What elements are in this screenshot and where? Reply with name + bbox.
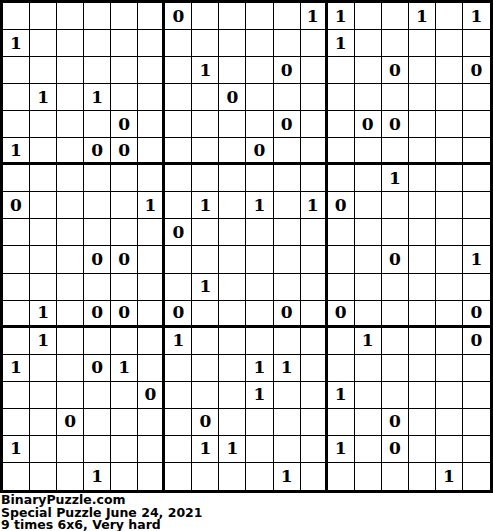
cell-r13c4-empty[interactable] <box>84 328 111 355</box>
cell-r5c17-empty[interactable] <box>436 111 463 138</box>
cell-r16c12-empty[interactable] <box>301 409 328 436</box>
cell-r5c14-given-0: 0 <box>355 111 382 138</box>
cell-r2c13-given-1: 1 <box>328 30 355 57</box>
cell-r4c7-empty[interactable] <box>165 84 192 111</box>
cell-r7c17-empty[interactable] <box>436 165 463 192</box>
cell-r14c3-empty[interactable] <box>57 355 84 382</box>
cell-r2c10-empty[interactable] <box>246 30 273 57</box>
cell-r14c16-empty[interactable] <box>409 355 436 382</box>
cell-r1c17-empty[interactable] <box>436 3 463 30</box>
cell-r14c17-empty[interactable] <box>436 355 463 382</box>
cell-r16c5-empty[interactable] <box>111 409 138 436</box>
cell-r10c2-empty[interactable] <box>30 246 57 273</box>
cell-r11c3-empty[interactable] <box>57 274 84 301</box>
cell-r12c8-empty[interactable] <box>192 301 219 328</box>
cell-r6c15-empty[interactable] <box>382 138 409 165</box>
cell-r3c18-given-0: 0 <box>463 57 490 84</box>
cell-r7c3-empty[interactable] <box>57 165 84 192</box>
cell-r11c6-empty[interactable] <box>138 274 165 301</box>
cell-r10c3-empty[interactable] <box>57 246 84 273</box>
cell-r12c17-empty[interactable] <box>436 301 463 328</box>
cell-r6c7-empty[interactable] <box>165 138 192 165</box>
cell-r13c5-empty[interactable] <box>111 328 138 355</box>
cell-r10c4-given-0: 0 <box>84 246 111 273</box>
cell-r1c16-given-1: 1 <box>409 3 436 30</box>
cell-r18c16-empty[interactable] <box>409 463 436 490</box>
cell-r7c18-empty[interactable] <box>463 165 490 192</box>
cell-r3c6-empty[interactable] <box>138 57 165 84</box>
cell-r10c8-empty[interactable] <box>192 246 219 273</box>
cell-r11c12-empty[interactable] <box>301 274 328 301</box>
cell-r15c4-empty[interactable] <box>84 382 111 409</box>
cell-r1c6-empty[interactable] <box>138 3 165 30</box>
cell-r12c4-given-0: 0 <box>84 301 111 328</box>
cell-r6c8-empty[interactable] <box>192 138 219 165</box>
cell-r17c14-empty[interactable] <box>355 436 382 463</box>
cell-r4c6-empty[interactable] <box>138 84 165 111</box>
cell-r14c1-given-1: 1 <box>3 355 30 382</box>
cell-r15c9-empty[interactable] <box>219 382 246 409</box>
cell-r16c3-given-0: 0 <box>57 409 84 436</box>
cell-r7c16-empty[interactable] <box>409 165 436 192</box>
cell-r1c7-given-0: 0 <box>165 3 192 30</box>
cell-r8c17-empty[interactable] <box>436 192 463 219</box>
cell-r2c5-empty[interactable] <box>111 30 138 57</box>
cell-r3c4-empty[interactable] <box>84 57 111 84</box>
cell-r2c15-empty[interactable] <box>382 30 409 57</box>
cell-r8c13-given-0: 0 <box>328 192 355 219</box>
cell-r3c10-empty[interactable] <box>246 57 273 84</box>
cell-r11c8-given-1: 1 <box>192 274 219 301</box>
cell-r11c16-empty[interactable] <box>409 274 436 301</box>
cell-r13c3-empty[interactable] <box>57 328 84 355</box>
cell-r8c16-empty[interactable] <box>409 192 436 219</box>
cell-r3c16-empty[interactable] <box>409 57 436 84</box>
cell-r17c11-empty[interactable] <box>274 436 301 463</box>
cell-r6c18-empty[interactable] <box>463 138 490 165</box>
cell-r5c8-empty[interactable] <box>192 111 219 138</box>
cell-r10c7-empty[interactable] <box>165 246 192 273</box>
cell-r17c9-given-1: 1 <box>219 436 246 463</box>
cell-r9c8-empty[interactable] <box>192 219 219 246</box>
cell-r7c4-empty[interactable] <box>84 165 111 192</box>
cell-r4c15-empty[interactable] <box>382 84 409 111</box>
cell-r16c4-empty[interactable] <box>84 409 111 436</box>
cell-r15c16-empty[interactable] <box>409 382 436 409</box>
cell-r8c4-empty[interactable] <box>84 192 111 219</box>
cell-r17c13-given-1: 1 <box>328 436 355 463</box>
cell-r17c18-empty[interactable] <box>463 436 490 463</box>
cell-r5c5-given-0: 0 <box>111 111 138 138</box>
cell-r6c3-empty[interactable] <box>57 138 84 165</box>
cell-r8c6-given-1: 1 <box>138 192 165 219</box>
cell-r15c12-empty[interactable] <box>301 382 328 409</box>
cell-r14c2-empty[interactable] <box>30 355 57 382</box>
cell-r15c18-empty[interactable] <box>463 382 490 409</box>
cell-r17c16-empty[interactable] <box>409 436 436 463</box>
cell-r2c6-empty[interactable] <box>138 30 165 57</box>
cell-r11c9-empty[interactable] <box>219 274 246 301</box>
cell-r15c1-empty[interactable] <box>3 382 30 409</box>
cell-r7c8-empty[interactable] <box>192 165 219 192</box>
cell-r17c3-empty[interactable] <box>57 436 84 463</box>
cell-r5c4-empty[interactable] <box>84 111 111 138</box>
cell-r4c14-empty[interactable] <box>355 84 382 111</box>
cell-r18c2-empty[interactable] <box>30 463 57 490</box>
cell-r9c10-empty[interactable] <box>246 219 273 246</box>
cell-r16c15-given-0: 0 <box>382 409 409 436</box>
cell-r7c12-empty[interactable] <box>301 165 328 192</box>
cell-r12c6-empty[interactable] <box>138 301 165 328</box>
cell-r3c17-empty[interactable] <box>436 57 463 84</box>
cell-r14c6-empty[interactable] <box>138 355 165 382</box>
cell-r10c12-empty[interactable] <box>301 246 328 273</box>
cell-r6c11-empty[interactable] <box>274 138 301 165</box>
cell-r3c14-empty[interactable] <box>355 57 382 84</box>
cell-r14c18-empty[interactable] <box>463 355 490 382</box>
cell-r8c9-empty[interactable] <box>219 192 246 219</box>
cell-r1c3-empty[interactable] <box>57 3 84 30</box>
cell-r4c1-empty[interactable] <box>3 84 30 111</box>
cell-r18c3-empty[interactable] <box>57 463 84 490</box>
cell-r18c14-empty[interactable] <box>355 463 382 490</box>
cell-r2c12-empty[interactable] <box>301 30 328 57</box>
cell-r4c11-empty[interactable] <box>274 84 301 111</box>
cell-r11c15-empty[interactable] <box>382 274 409 301</box>
cell-r9c18-empty[interactable] <box>463 219 490 246</box>
cell-r2c4-empty[interactable] <box>84 30 111 57</box>
cell-r5c6-empty[interactable] <box>138 111 165 138</box>
cell-r13c8-empty[interactable] <box>192 328 219 355</box>
cell-r9c11-empty[interactable] <box>274 219 301 246</box>
cell-r12c9-empty[interactable] <box>219 301 246 328</box>
cell-r16c13-empty[interactable] <box>328 409 355 436</box>
cell-r11c17-empty[interactable] <box>436 274 463 301</box>
cell-r9c14-empty[interactable] <box>355 219 382 246</box>
cell-r1c15-empty[interactable] <box>382 3 409 30</box>
cell-r6c16-empty[interactable] <box>409 138 436 165</box>
cell-r9c17-empty[interactable] <box>436 219 463 246</box>
cell-r16c7-empty[interactable] <box>165 409 192 436</box>
cell-r4c8-empty[interactable] <box>192 84 219 111</box>
cell-r13c10-empty[interactable] <box>246 328 273 355</box>
cell-r16c2-empty[interactable] <box>30 409 57 436</box>
cell-r1c18-given-1: 1 <box>463 3 490 30</box>
cell-r4c4-given-1: 1 <box>84 84 111 111</box>
puzzle-footer: BinaryPuzzle.com Special Puzzle June 24,… <box>0 493 493 531</box>
cell-r15c10-given-1: 1 <box>246 382 273 409</box>
cell-r18c10-empty[interactable] <box>246 463 273 490</box>
cell-r12c10-empty[interactable] <box>246 301 273 328</box>
cell-r8c5-empty[interactable] <box>111 192 138 219</box>
cell-r12c14-empty[interactable] <box>355 301 382 328</box>
cell-r14c12-empty[interactable] <box>301 355 328 382</box>
cell-r4c9-given-0: 0 <box>219 84 246 111</box>
cell-r8c18-empty[interactable] <box>463 192 490 219</box>
cell-r11c13-empty[interactable] <box>328 274 355 301</box>
cell-r17c6-empty[interactable] <box>138 436 165 463</box>
cell-r11c4-empty[interactable] <box>84 274 111 301</box>
cell-r10c9-empty[interactable] <box>219 246 246 273</box>
cell-r18c1-empty[interactable] <box>3 463 30 490</box>
cell-r6c2-empty[interactable] <box>30 138 57 165</box>
cell-r12c7-given-0: 0 <box>165 301 192 328</box>
cell-r5c7-empty[interactable] <box>165 111 192 138</box>
cell-r2c9-empty[interactable] <box>219 30 246 57</box>
cell-r3c2-empty[interactable] <box>30 57 57 84</box>
cell-r9c4-empty[interactable] <box>84 219 111 246</box>
cell-r6c12-empty[interactable] <box>301 138 328 165</box>
cell-r4c3-empty[interactable] <box>57 84 84 111</box>
cell-r6c10-given-0: 0 <box>246 138 273 165</box>
cell-r9c1-empty[interactable] <box>3 219 30 246</box>
cell-r2c7-empty[interactable] <box>165 30 192 57</box>
cell-r4c17-empty[interactable] <box>436 84 463 111</box>
puzzle-difficulty: 9 times 6x6, Very hard <box>1 519 493 531</box>
cell-r3c9-empty[interactable] <box>219 57 246 84</box>
cell-r16c8-given-0: 0 <box>192 409 219 436</box>
cell-r9c16-empty[interactable] <box>409 219 436 246</box>
cell-r14c13-empty[interactable] <box>328 355 355 382</box>
cell-r12c5-given-0: 0 <box>111 301 138 328</box>
cell-r7c7-empty[interactable] <box>165 165 192 192</box>
cell-r15c2-empty[interactable] <box>30 382 57 409</box>
cell-r1c10-empty[interactable] <box>246 3 273 30</box>
cell-r2c11-empty[interactable] <box>274 30 301 57</box>
cell-r14c5-given-1: 1 <box>111 355 138 382</box>
cell-r7c2-empty[interactable] <box>30 165 57 192</box>
cell-r7c11-empty[interactable] <box>274 165 301 192</box>
cell-r6c4-given-0: 0 <box>84 138 111 165</box>
cell-r13c15-empty[interactable] <box>382 328 409 355</box>
cell-r5c3-empty[interactable] <box>57 111 84 138</box>
cell-r2c17-empty[interactable] <box>436 30 463 57</box>
cell-r18c6-empty[interactable] <box>138 463 165 490</box>
cell-r9c9-empty[interactable] <box>219 219 246 246</box>
cell-r10c6-empty[interactable] <box>138 246 165 273</box>
cell-r4c12-empty[interactable] <box>301 84 328 111</box>
cell-r18c8-empty[interactable] <box>192 463 219 490</box>
cell-r16c11-empty[interactable] <box>274 409 301 436</box>
cell-r17c4-empty[interactable] <box>84 436 111 463</box>
cell-r10c18-given-1: 1 <box>463 246 490 273</box>
cell-r6c13-empty[interactable] <box>328 138 355 165</box>
cell-r8c15-empty[interactable] <box>382 192 409 219</box>
cell-r17c10-empty[interactable] <box>246 436 273 463</box>
cell-r18c5-empty[interactable] <box>111 463 138 490</box>
cell-r18c13-empty[interactable] <box>328 463 355 490</box>
cell-r5c2-empty[interactable] <box>30 111 57 138</box>
cell-r2c3-empty[interactable] <box>57 30 84 57</box>
cell-r2c8-empty[interactable] <box>192 30 219 57</box>
cell-r13c1-empty[interactable] <box>3 328 30 355</box>
cell-r9c12-empty[interactable] <box>301 219 328 246</box>
cell-r17c2-empty[interactable] <box>30 436 57 463</box>
cell-r12c13-given-0: 0 <box>328 301 355 328</box>
cell-r1c9-empty[interactable] <box>219 3 246 30</box>
cell-r14c7-empty[interactable] <box>165 355 192 382</box>
cell-r13c9-empty[interactable] <box>219 328 246 355</box>
cell-r8c11-empty[interactable] <box>274 192 301 219</box>
cell-r6c5-given-0: 0 <box>111 138 138 165</box>
cell-r10c5-given-0: 0 <box>111 246 138 273</box>
cell-r16c9-empty[interactable] <box>219 409 246 436</box>
cell-r11c1-empty[interactable] <box>3 274 30 301</box>
cell-r5c9-empty[interactable] <box>219 111 246 138</box>
cell-r1c5-empty[interactable] <box>111 3 138 30</box>
cell-r9c3-empty[interactable] <box>57 219 84 246</box>
cell-r11c2-empty[interactable] <box>30 274 57 301</box>
cell-r18c11-given-1: 1 <box>274 463 301 490</box>
cell-r12c16-empty[interactable] <box>409 301 436 328</box>
cell-r8c2-empty[interactable] <box>30 192 57 219</box>
cell-r17c8-given-1: 1 <box>192 436 219 463</box>
cell-r4c5-empty[interactable] <box>111 84 138 111</box>
cell-r9c2-empty[interactable] <box>30 219 57 246</box>
cell-r3c7-empty[interactable] <box>165 57 192 84</box>
cell-r6c1-given-1: 1 <box>3 138 30 165</box>
cell-r17c5-empty[interactable] <box>111 436 138 463</box>
cell-r2c16-empty[interactable] <box>409 30 436 57</box>
cell-r13c16-empty[interactable] <box>409 328 436 355</box>
cell-r10c15-given-0: 0 <box>382 246 409 273</box>
cell-r13c11-empty[interactable] <box>274 328 301 355</box>
cell-r10c13-empty[interactable] <box>328 246 355 273</box>
cell-r18c12-empty[interactable] <box>301 463 328 490</box>
cell-r10c14-empty[interactable] <box>355 246 382 273</box>
cell-r2c14-empty[interactable] <box>355 30 382 57</box>
cell-r13c6-empty[interactable] <box>138 328 165 355</box>
cell-r1c11-empty[interactable] <box>274 3 301 30</box>
cell-r18c15-empty[interactable] <box>382 463 409 490</box>
cell-r7c14-empty[interactable] <box>355 165 382 192</box>
cell-r14c8-empty[interactable] <box>192 355 219 382</box>
cell-r4c10-empty[interactable] <box>246 84 273 111</box>
cell-r12c1-empty[interactable] <box>3 301 30 328</box>
cell-r1c4-empty[interactable] <box>84 3 111 30</box>
cell-r10c17-empty[interactable] <box>436 246 463 273</box>
cell-r7c5-empty[interactable] <box>111 165 138 192</box>
cell-r17c12-empty[interactable] <box>301 436 328 463</box>
cell-r17c7-empty[interactable] <box>165 436 192 463</box>
cell-r11c10-empty[interactable] <box>246 274 273 301</box>
cell-r9c5-empty[interactable] <box>111 219 138 246</box>
cell-r5c10-empty[interactable] <box>246 111 273 138</box>
cell-r15c15-empty[interactable] <box>382 382 409 409</box>
cell-r10c11-empty[interactable] <box>274 246 301 273</box>
cell-r11c18-empty[interactable] <box>463 274 490 301</box>
cell-r16c17-empty[interactable] <box>436 409 463 436</box>
cell-r16c18-empty[interactable] <box>463 409 490 436</box>
cell-r16c6-empty[interactable] <box>138 409 165 436</box>
cell-r15c5-empty[interactable] <box>111 382 138 409</box>
cell-r15c11-empty[interactable] <box>274 382 301 409</box>
cell-r5c13-empty[interactable] <box>328 111 355 138</box>
cell-r6c14-empty[interactable] <box>355 138 382 165</box>
cell-r1c1-empty[interactable] <box>3 3 30 30</box>
cell-r1c14-empty[interactable] <box>355 3 382 30</box>
cell-r8c3-empty[interactable] <box>57 192 84 219</box>
cell-r15c7-empty[interactable] <box>165 382 192 409</box>
cell-r17c1-given-1: 1 <box>3 436 30 463</box>
cell-r11c14-empty[interactable] <box>355 274 382 301</box>
cell-r10c1-empty[interactable] <box>3 246 30 273</box>
cell-r4c13-empty[interactable] <box>328 84 355 111</box>
cell-r10c16-empty[interactable] <box>409 246 436 273</box>
cell-r7c13-empty[interactable] <box>328 165 355 192</box>
cell-r12c3-empty[interactable] <box>57 301 84 328</box>
cell-r16c14-empty[interactable] <box>355 409 382 436</box>
cell-r11c11-empty[interactable] <box>274 274 301 301</box>
cell-r7c9-empty[interactable] <box>219 165 246 192</box>
cell-r16c1-empty[interactable] <box>3 409 30 436</box>
cell-r15c17-empty[interactable] <box>436 382 463 409</box>
cell-r8c14-empty[interactable] <box>355 192 382 219</box>
cell-r14c15-empty[interactable] <box>382 355 409 382</box>
cell-r12c12-empty[interactable] <box>301 301 328 328</box>
cell-r15c14-empty[interactable] <box>355 382 382 409</box>
cell-r12c18-given-0: 0 <box>463 301 490 328</box>
cell-r7c1-empty[interactable] <box>3 165 30 192</box>
cell-r6c17-empty[interactable] <box>436 138 463 165</box>
cell-r7c6-empty[interactable] <box>138 165 165 192</box>
cell-r15c8-empty[interactable] <box>192 382 219 409</box>
cell-r11c7-empty[interactable] <box>165 274 192 301</box>
cell-r1c2-empty[interactable] <box>30 3 57 30</box>
cell-r3c13-empty[interactable] <box>328 57 355 84</box>
cell-r1c8-empty[interactable] <box>192 3 219 30</box>
cell-r16c16-empty[interactable] <box>409 409 436 436</box>
cell-r14c9-empty[interactable] <box>219 355 246 382</box>
cell-r14c14-empty[interactable] <box>355 355 382 382</box>
cell-r18c18-empty[interactable] <box>463 463 490 490</box>
cell-r16c10-empty[interactable] <box>246 409 273 436</box>
cell-r6c9-empty[interactable] <box>219 138 246 165</box>
cell-r2c2-empty[interactable] <box>30 30 57 57</box>
cell-r4c16-empty[interactable] <box>409 84 436 111</box>
cell-r13c12-empty[interactable] <box>301 328 328 355</box>
cell-r6c6-empty[interactable] <box>138 138 165 165</box>
cell-r9c6-empty[interactable] <box>138 219 165 246</box>
cell-r12c15-empty[interactable] <box>382 301 409 328</box>
cell-r5c18-empty[interactable] <box>463 111 490 138</box>
cell-r13c13-empty[interactable] <box>328 328 355 355</box>
cell-r10c10-empty[interactable] <box>246 246 273 273</box>
cell-r18c9-empty[interactable] <box>219 463 246 490</box>
cell-r3c5-empty[interactable] <box>111 57 138 84</box>
cell-r13c17-empty[interactable] <box>436 328 463 355</box>
cell-r9c13-empty[interactable] <box>328 219 355 246</box>
cell-r3c12-empty[interactable] <box>301 57 328 84</box>
cell-r11c5-empty[interactable] <box>111 274 138 301</box>
cell-r17c17-empty[interactable] <box>436 436 463 463</box>
cell-r7c10-empty[interactable] <box>246 165 273 192</box>
cell-r8c7-empty[interactable] <box>165 192 192 219</box>
cell-r3c11-given-0: 0 <box>274 57 301 84</box>
cell-r18c7-empty[interactable] <box>165 463 192 490</box>
cell-r3c1-empty[interactable] <box>3 57 30 84</box>
cell-r2c18-empty[interactable] <box>463 30 490 57</box>
cell-r5c16-empty[interactable] <box>409 111 436 138</box>
cell-r15c3-empty[interactable] <box>57 382 84 409</box>
cell-r5c15-given-0: 0 <box>382 111 409 138</box>
cell-r5c12-empty[interactable] <box>301 111 328 138</box>
cell-r12c2-given-1: 1 <box>30 301 57 328</box>
cell-r3c3-empty[interactable] <box>57 57 84 84</box>
cell-r9c15-empty[interactable] <box>382 219 409 246</box>
cell-r5c1-empty[interactable] <box>3 111 30 138</box>
cell-r4c18-empty[interactable] <box>463 84 490 111</box>
